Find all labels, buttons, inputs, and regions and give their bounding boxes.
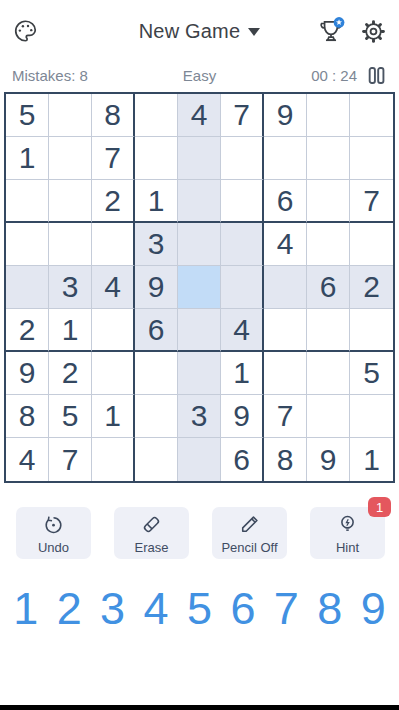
gear-icon (364, 21, 384, 41)
cell-r1c5[interactable]: 4 (178, 94, 221, 137)
cell-r9c5[interactable] (178, 438, 221, 481)
numpad-9[interactable]: 9 (352, 579, 395, 639)
chevron-down-icon (248, 28, 260, 36)
cell-r5c3[interactable]: 4 (92, 266, 135, 309)
cell-r8c3[interactable]: 1 (92, 395, 135, 438)
cell-r5c2[interactable]: 3 (49, 266, 92, 309)
undo-button[interactable]: Undo (16, 507, 91, 559)
cell-r5c1[interactable] (6, 266, 49, 309)
cell-r9c6[interactable]: 6 (221, 438, 264, 481)
cell-r8c6[interactable]: 9 (221, 395, 264, 438)
pencil-button[interactable]: Pencil Off (212, 507, 287, 559)
numpad-7[interactable]: 7 (265, 579, 308, 639)
cell-r7c4[interactable] (135, 352, 178, 395)
numpad-8[interactable]: 8 (308, 579, 351, 639)
cell-r4c4[interactable]: 3 (135, 223, 178, 266)
cell-r2c7[interactable] (264, 137, 307, 180)
cell-r9c4[interactable] (135, 438, 178, 481)
cell-r7c8[interactable] (307, 352, 350, 395)
cell-r9c2[interactable]: 7 (49, 438, 92, 481)
cell-r3c3[interactable]: 2 (92, 180, 135, 223)
cell-r9c1[interactable]: 4 (6, 438, 49, 481)
cell-r7c1[interactable]: 9 (6, 352, 49, 395)
cell-r6c9[interactable] (350, 309, 393, 352)
cell-r2c3[interactable]: 7 (92, 137, 135, 180)
cell-r1c1[interactable]: 5 (6, 94, 49, 137)
cell-r1c7[interactable]: 9 (264, 94, 307, 137)
cell-r2c2[interactable] (49, 137, 92, 180)
cell-r8c5[interactable]: 3 (178, 395, 221, 438)
cell-r6c8[interactable] (307, 309, 350, 352)
cell-r3c5[interactable] (178, 180, 221, 223)
cell-r1c8[interactable] (307, 94, 350, 137)
trophy-button[interactable] (316, 17, 346, 45)
star-badge-icon (334, 17, 345, 28)
mistakes-label: Mistakes: 8 (12, 67, 88, 84)
numpad: 123456789 (4, 579, 395, 639)
header-left (12, 18, 98, 44)
cell-r8c7[interactable]: 7 (264, 395, 307, 438)
cell-r2c5[interactable] (178, 137, 221, 180)
settings-button[interactable] (360, 18, 387, 45)
home-indicator-bar (0, 705, 399, 710)
cell-r7c9[interactable]: 5 (350, 352, 393, 395)
palette-icon[interactable] (12, 18, 39, 44)
cell-r4c1[interactable] (6, 223, 49, 266)
header: New Game (0, 0, 399, 48)
cell-r8c8[interactable] (307, 395, 350, 438)
numpad-6[interactable]: 6 (221, 579, 264, 639)
pause-icon (366, 65, 387, 86)
difficulty-label: Easy (183, 67, 216, 84)
cell-r6c6[interactable]: 4 (221, 309, 264, 352)
cell-r3c4[interactable]: 1 (135, 180, 178, 223)
sudoku-board: 58479172167343496221649215851397476891 (4, 92, 395, 483)
cell-r3c1[interactable] (6, 180, 49, 223)
cell-r9c8[interactable]: 9 (307, 438, 350, 481)
undo-label: Undo (38, 540, 69, 555)
cell-r2c9[interactable] (350, 137, 393, 180)
cell-r4c8[interactable] (307, 223, 350, 266)
cell-r4c2[interactable] (49, 223, 92, 266)
cell-r3c8[interactable] (307, 180, 350, 223)
cell-r8c9[interactable] (350, 395, 393, 438)
cell-r4c9[interactable] (350, 223, 393, 266)
cell-r1c4[interactable] (135, 94, 178, 137)
erase-button[interactable]: Erase (114, 507, 189, 559)
erase-label: Erase (135, 540, 169, 555)
cell-r9c3[interactable] (92, 438, 135, 481)
cell-r6c4[interactable]: 6 (135, 309, 178, 352)
cell-r8c2[interactable]: 5 (49, 395, 92, 438)
cell-r1c3[interactable]: 8 (92, 94, 135, 137)
cell-r7c2[interactable]: 2 (49, 352, 92, 395)
numpad-1[interactable]: 1 (4, 579, 47, 639)
cell-r3c6[interactable] (221, 180, 264, 223)
cell-r6c3[interactable] (92, 309, 135, 352)
cell-r8c1[interactable]: 8 (6, 395, 49, 438)
status-bar: Mistakes: 8 Easy 00 : 24 (0, 65, 399, 86)
cell-r8c4[interactable] (135, 395, 178, 438)
numpad-5[interactable]: 5 (178, 579, 221, 639)
cell-r4c5[interactable] (178, 223, 221, 266)
numpad-4[interactable]: 4 (134, 579, 177, 639)
cell-r6c1[interactable]: 2 (6, 309, 49, 352)
cell-r7c3[interactable] (92, 352, 135, 395)
cell-r7c6[interactable]: 1 (221, 352, 264, 395)
cell-r2c6[interactable] (221, 137, 264, 180)
cell-r4c6[interactable] (221, 223, 264, 266)
numpad-2[interactable]: 2 (47, 579, 90, 639)
cell-r1c2[interactable] (49, 94, 92, 137)
cell-r5c6[interactable] (221, 266, 264, 309)
cell-r1c6[interactable]: 7 (221, 94, 264, 137)
cell-r4c7[interactable]: 4 (264, 223, 307, 266)
cell-r7c7[interactable] (264, 352, 307, 395)
cell-r5c7[interactable] (264, 266, 307, 309)
hint-badge: 1 (368, 497, 391, 517)
cell-r5c9[interactable]: 2 (350, 266, 393, 309)
cell-r2c1[interactable]: 1 (6, 137, 49, 180)
pencil-icon (237, 512, 262, 537)
page-title: New Game (139, 20, 241, 43)
toolbar: Undo Erase Pencil Off Hint 1 (0, 507, 399, 559)
cell-r6c7[interactable] (264, 309, 307, 352)
cell-r2c4[interactable] (135, 137, 178, 180)
cell-r1c9[interactable] (350, 94, 393, 137)
cell-r6c5[interactable] (178, 309, 221, 352)
cell-r5c5[interactable] (178, 266, 221, 309)
cell-r6c2[interactable]: 1 (49, 309, 92, 352)
cell-r3c7[interactable]: 6 (264, 180, 307, 223)
cell-r5c8[interactable]: 6 (307, 266, 350, 309)
header-right (301, 17, 387, 45)
cell-r5c4[interactable]: 9 (135, 266, 178, 309)
hint-label: Hint (336, 540, 359, 555)
numpad-3[interactable]: 3 (91, 579, 134, 639)
lightbulb-icon (335, 512, 360, 537)
undo-icon (41, 512, 66, 537)
new-game-button[interactable]: New Game (98, 20, 301, 43)
pencil-label: Pencil Off (221, 540, 277, 555)
cell-r9c9[interactable]: 1 (350, 438, 393, 481)
cell-r7c5[interactable] (178, 352, 221, 395)
cell-r3c2[interactable] (49, 180, 92, 223)
cell-r3c9[interactable]: 7 (350, 180, 393, 223)
hint-button[interactable]: Hint 1 (310, 507, 385, 559)
timer-label: 00 : 24 (311, 67, 357, 84)
cell-r2c8[interactable] (307, 137, 350, 180)
pause-button[interactable] (366, 65, 387, 86)
cell-r9c7[interactable]: 8 (264, 438, 307, 481)
cell-r4c3[interactable] (92, 223, 135, 266)
eraser-icon (139, 512, 164, 537)
